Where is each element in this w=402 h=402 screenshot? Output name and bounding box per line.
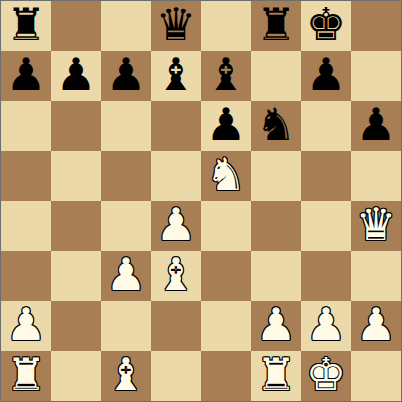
square-g5[interactable] xyxy=(301,151,351,201)
square-c2[interactable] xyxy=(101,301,151,351)
black-pawn[interactable]: ♟ xyxy=(6,50,46,100)
square-a7[interactable]: ♟ xyxy=(1,51,51,101)
white-pawn[interactable]: ♟ xyxy=(106,250,146,300)
square-d2[interactable] xyxy=(151,301,201,351)
square-h3[interactable] xyxy=(351,251,401,301)
black-rook[interactable]: ♜ xyxy=(256,0,296,50)
square-f6[interactable]: ♞ xyxy=(251,101,301,151)
square-a4[interactable] xyxy=(1,201,51,251)
square-h2[interactable]: ♟ xyxy=(351,301,401,351)
square-c6[interactable] xyxy=(101,101,151,151)
black-pawn[interactable]: ♟ xyxy=(356,100,396,150)
white-bishop[interactable]: ♝ xyxy=(106,350,146,400)
square-h6[interactable]: ♟ xyxy=(351,101,401,151)
chess-board: ♜♛♜♚♟♟♟♝♝♟♟♞♟♞♟♛♟♝♟♟♟♟♜♝♜♚ xyxy=(1,1,401,401)
square-f2[interactable]: ♟ xyxy=(251,301,301,351)
square-g4[interactable] xyxy=(301,201,351,251)
square-a1[interactable]: ♜ xyxy=(1,351,51,401)
square-f1[interactable]: ♜ xyxy=(251,351,301,401)
square-c1[interactable]: ♝ xyxy=(101,351,151,401)
square-d3[interactable]: ♝ xyxy=(151,251,201,301)
white-pawn[interactable]: ♟ xyxy=(6,300,46,350)
square-d4[interactable]: ♟ xyxy=(151,201,201,251)
square-h4[interactable]: ♛ xyxy=(351,201,401,251)
square-b6[interactable] xyxy=(51,101,101,151)
square-c5[interactable] xyxy=(101,151,151,201)
square-b8[interactable] xyxy=(51,1,101,51)
white-pawn[interactable]: ♟ xyxy=(356,300,396,350)
white-knight[interactable]: ♞ xyxy=(206,150,246,200)
white-pawn[interactable]: ♟ xyxy=(256,300,296,350)
black-pawn[interactable]: ♟ xyxy=(206,100,246,150)
square-g3[interactable] xyxy=(301,251,351,301)
square-a8[interactable]: ♜ xyxy=(1,1,51,51)
square-g7[interactable]: ♟ xyxy=(301,51,351,101)
white-pawn[interactable]: ♟ xyxy=(306,300,346,350)
square-a5[interactable] xyxy=(1,151,51,201)
square-g2[interactable]: ♟ xyxy=(301,301,351,351)
square-b1[interactable] xyxy=(51,351,101,401)
square-g6[interactable] xyxy=(301,101,351,151)
square-f7[interactable] xyxy=(251,51,301,101)
black-pawn[interactable]: ♟ xyxy=(306,50,346,100)
square-e8[interactable] xyxy=(201,1,251,51)
square-g1[interactable]: ♚ xyxy=(301,351,351,401)
black-bishop[interactable]: ♝ xyxy=(156,50,196,100)
square-b2[interactable] xyxy=(51,301,101,351)
black-bishop[interactable]: ♝ xyxy=(206,50,246,100)
square-f8[interactable]: ♜ xyxy=(251,1,301,51)
square-d8[interactable]: ♛ xyxy=(151,1,201,51)
square-c8[interactable] xyxy=(101,1,151,51)
square-c3[interactable]: ♟ xyxy=(101,251,151,301)
white-bishop[interactable]: ♝ xyxy=(156,250,196,300)
white-rook[interactable]: ♜ xyxy=(6,350,46,400)
black-queen[interactable]: ♛ xyxy=(156,0,196,50)
square-g8[interactable]: ♚ xyxy=(301,1,351,51)
square-b7[interactable]: ♟ xyxy=(51,51,101,101)
square-c7[interactable]: ♟ xyxy=(101,51,151,101)
square-a2[interactable]: ♟ xyxy=(1,301,51,351)
white-queen[interactable]: ♛ xyxy=(356,200,396,250)
chess-board-frame: ♜♛♜♚♟♟♟♝♝♟♟♞♟♞♟♛♟♝♟♟♟♟♜♝♜♚ xyxy=(0,0,402,402)
square-b5[interactable] xyxy=(51,151,101,201)
square-c4[interactable] xyxy=(101,201,151,251)
square-h5[interactable] xyxy=(351,151,401,201)
square-f4[interactable] xyxy=(251,201,301,251)
square-a6[interactable] xyxy=(1,101,51,151)
white-king[interactable]: ♚ xyxy=(306,350,346,400)
square-f3[interactable] xyxy=(251,251,301,301)
square-e4[interactable] xyxy=(201,201,251,251)
square-h1[interactable] xyxy=(351,351,401,401)
square-d6[interactable] xyxy=(151,101,201,151)
square-e7[interactable]: ♝ xyxy=(201,51,251,101)
square-e2[interactable] xyxy=(201,301,251,351)
square-e6[interactable]: ♟ xyxy=(201,101,251,151)
square-h7[interactable] xyxy=(351,51,401,101)
square-b4[interactable] xyxy=(51,201,101,251)
square-b3[interactable] xyxy=(51,251,101,301)
square-a3[interactable] xyxy=(1,251,51,301)
square-d1[interactable] xyxy=(151,351,201,401)
black-king[interactable]: ♚ xyxy=(306,0,346,50)
black-rook[interactable]: ♜ xyxy=(6,0,46,50)
black-knight[interactable]: ♞ xyxy=(256,100,296,150)
square-e5[interactable]: ♞ xyxy=(201,151,251,201)
white-pawn[interactable]: ♟ xyxy=(156,200,196,250)
square-d7[interactable]: ♝ xyxy=(151,51,201,101)
white-rook[interactable]: ♜ xyxy=(256,350,296,400)
square-e1[interactable] xyxy=(201,351,251,401)
square-f5[interactable] xyxy=(251,151,301,201)
black-pawn[interactable]: ♟ xyxy=(106,50,146,100)
square-e3[interactable] xyxy=(201,251,251,301)
square-d5[interactable] xyxy=(151,151,201,201)
black-pawn[interactable]: ♟ xyxy=(56,50,96,100)
square-h8[interactable] xyxy=(351,1,401,51)
